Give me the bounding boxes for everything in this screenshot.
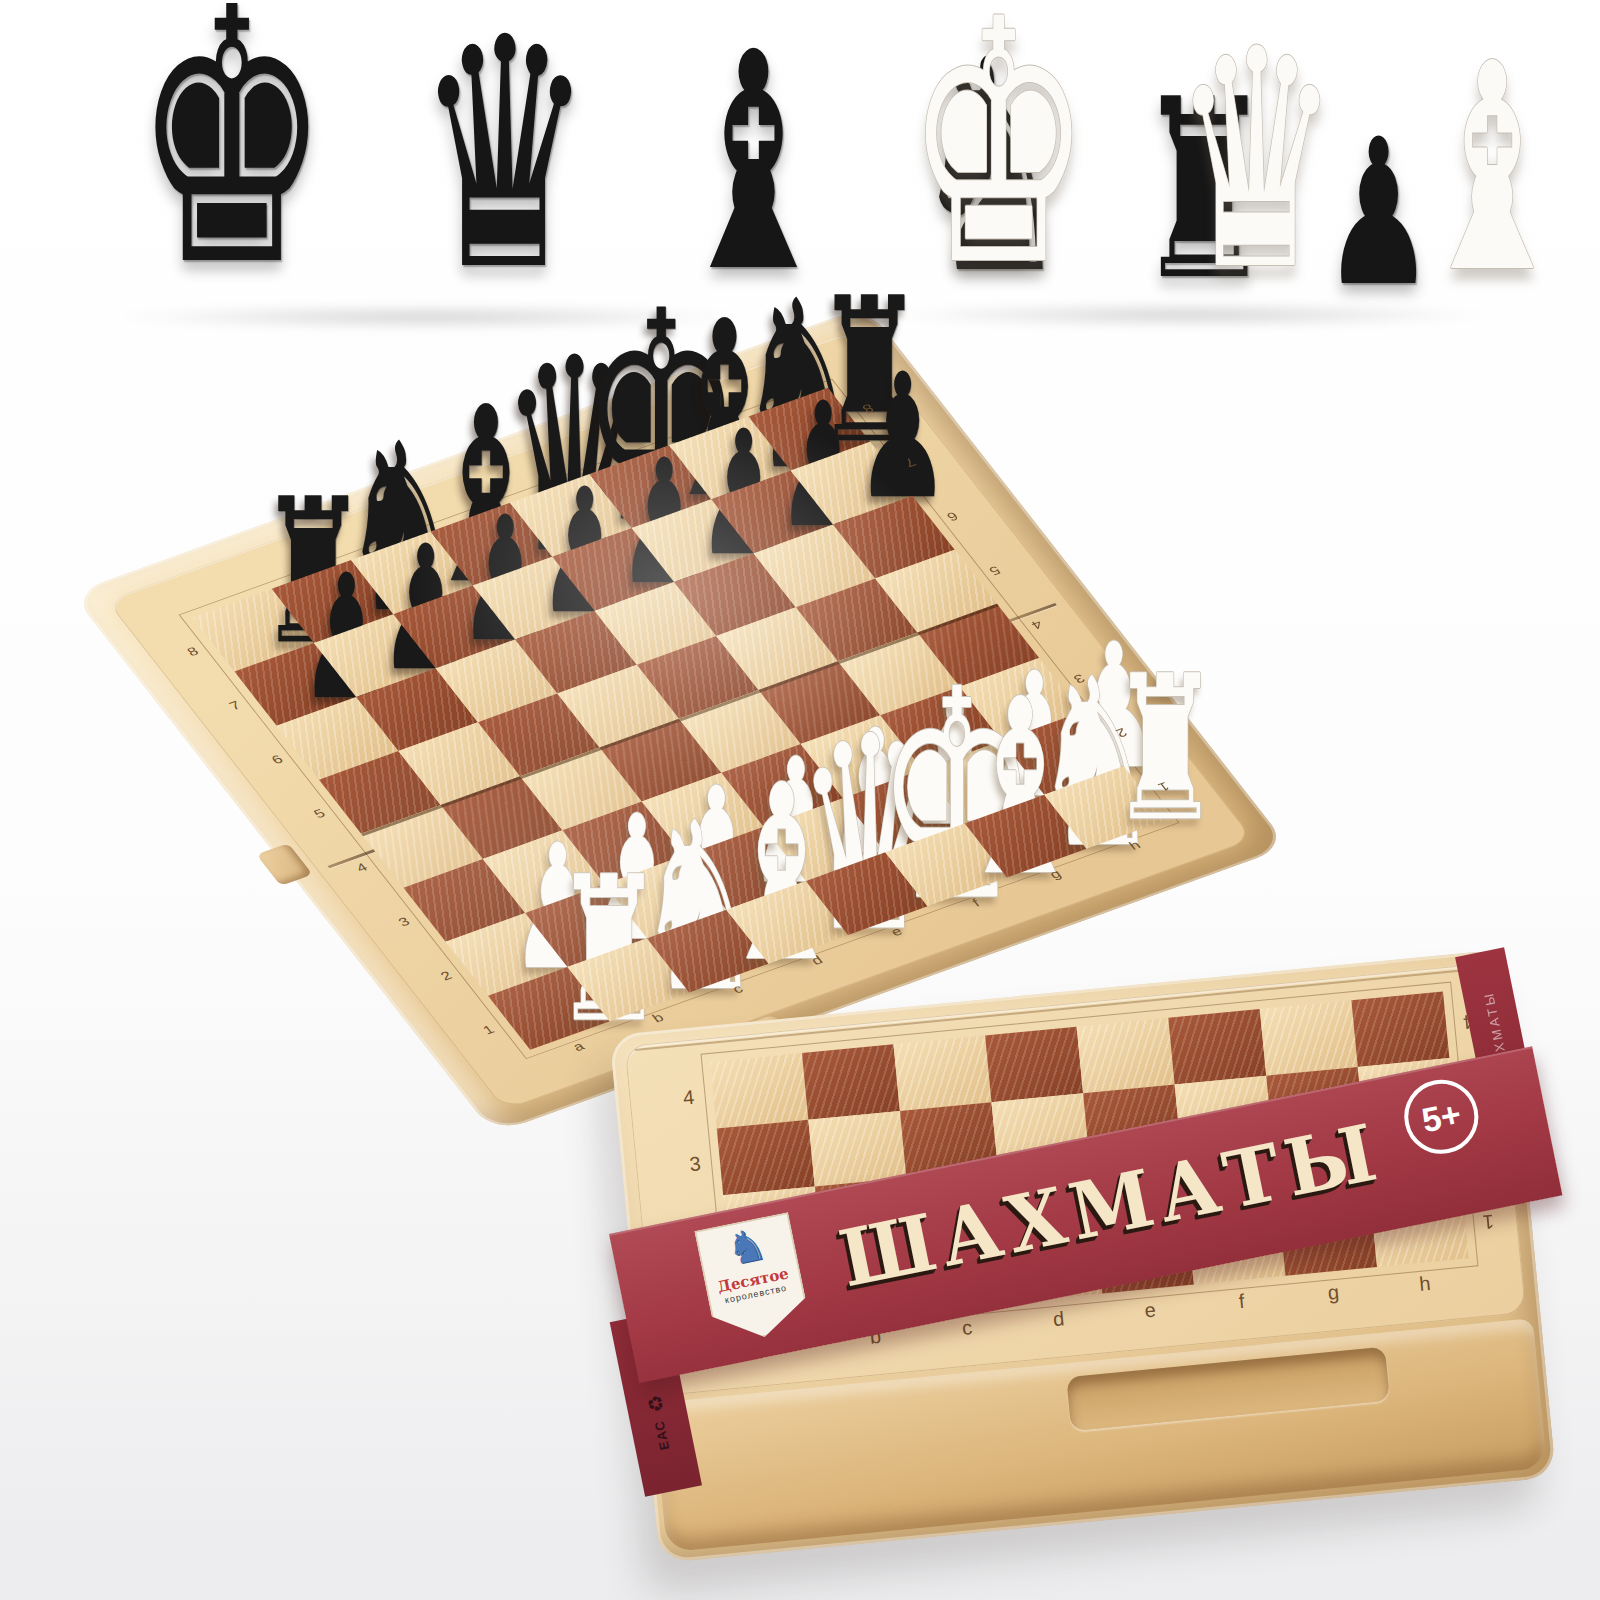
lineup-white-bishop: ♝ bbox=[1413, 26, 1572, 312]
age-badge: 5+ bbox=[1398, 1073, 1485, 1160]
rank-label-1-left: 1 bbox=[472, 1019, 505, 1041]
piece-white-rook-h1: ♜ bbox=[1110, 649, 1166, 849]
lid-file-label-e: e bbox=[1136, 1298, 1164, 1322]
carry-handle-recess bbox=[1066, 1347, 1390, 1431]
rank-label-5-left: 5 bbox=[303, 803, 336, 825]
lid-rank-label-1-right: 1 bbox=[1474, 1210, 1502, 1234]
lineup-white-king: ♚ bbox=[905, 0, 1092, 312]
recycle-icon: ♻ bbox=[644, 1393, 667, 1415]
lid-file-label-c: c bbox=[953, 1315, 981, 1339]
lid-square-a4 bbox=[710, 1053, 808, 1129]
lid-square-e4 bbox=[1077, 1018, 1175, 1094]
lid-file-label-g: g bbox=[1319, 1280, 1347, 1304]
rank-label-8-left: 8 bbox=[176, 641, 209, 663]
lid-square-h4 bbox=[1351, 991, 1449, 1067]
piece-white-bishop-c1: ♝ bbox=[715, 753, 771, 995]
lid-square-f4 bbox=[1168, 1009, 1266, 1085]
lid-file-label-h: h bbox=[1411, 1271, 1439, 1295]
brand-logo-shield: ♞ Десятое королевство bbox=[694, 1212, 812, 1347]
lid-square-b3 bbox=[808, 1111, 906, 1187]
lid-square-c4 bbox=[893, 1035, 991, 1111]
lid-square-g4 bbox=[1260, 1000, 1358, 1076]
closed-box-case: 44332211abcdefgh ♞ Десятое королевство Ш… bbox=[609, 949, 1556, 1563]
white-pieces-lineup: ♚♛♝♞♜♟ bbox=[862, 62, 1512, 312]
lid-rank-label-3-left: 3 bbox=[681, 1152, 709, 1176]
rank-label-7-left: 7 bbox=[219, 695, 252, 717]
closed-chess-box-scene: 44332211abcdefgh ♞ Десятое королевство Ш… bbox=[618, 980, 1578, 1580]
piece-black-pawn-h7: ♟ bbox=[854, 351, 910, 523]
lid-rank-label-4-left: 4 bbox=[675, 1085, 703, 1109]
lid-square-a3 bbox=[717, 1120, 815, 1196]
brand-knight-icon: ♞ bbox=[722, 1218, 771, 1277]
lineup-white-queen: ♛ bbox=[1173, 10, 1341, 312]
eac-mark: ЕАС bbox=[649, 1418, 675, 1452]
piece-white-bishop-f1: ♝ bbox=[953, 667, 1009, 909]
lid-file-label-d: d bbox=[1045, 1307, 1073, 1331]
rank-label-6-left: 6 bbox=[261, 749, 294, 771]
rank-label-2-left: 2 bbox=[430, 965, 463, 987]
piece-white-rook-a1: ♜ bbox=[553, 850, 609, 1050]
lineup-black-king: ♚ bbox=[134, 0, 330, 314]
lid-square-b4 bbox=[802, 1044, 900, 1120]
lid-square-d4 bbox=[985, 1027, 1083, 1103]
rank-label-3-left: 3 bbox=[388, 911, 421, 933]
lineup-black-queen: ♛ bbox=[416, 0, 593, 314]
rank-label-5-right: 5 bbox=[978, 559, 1011, 581]
lid-file-label-f: f bbox=[1228, 1289, 1256, 1313]
